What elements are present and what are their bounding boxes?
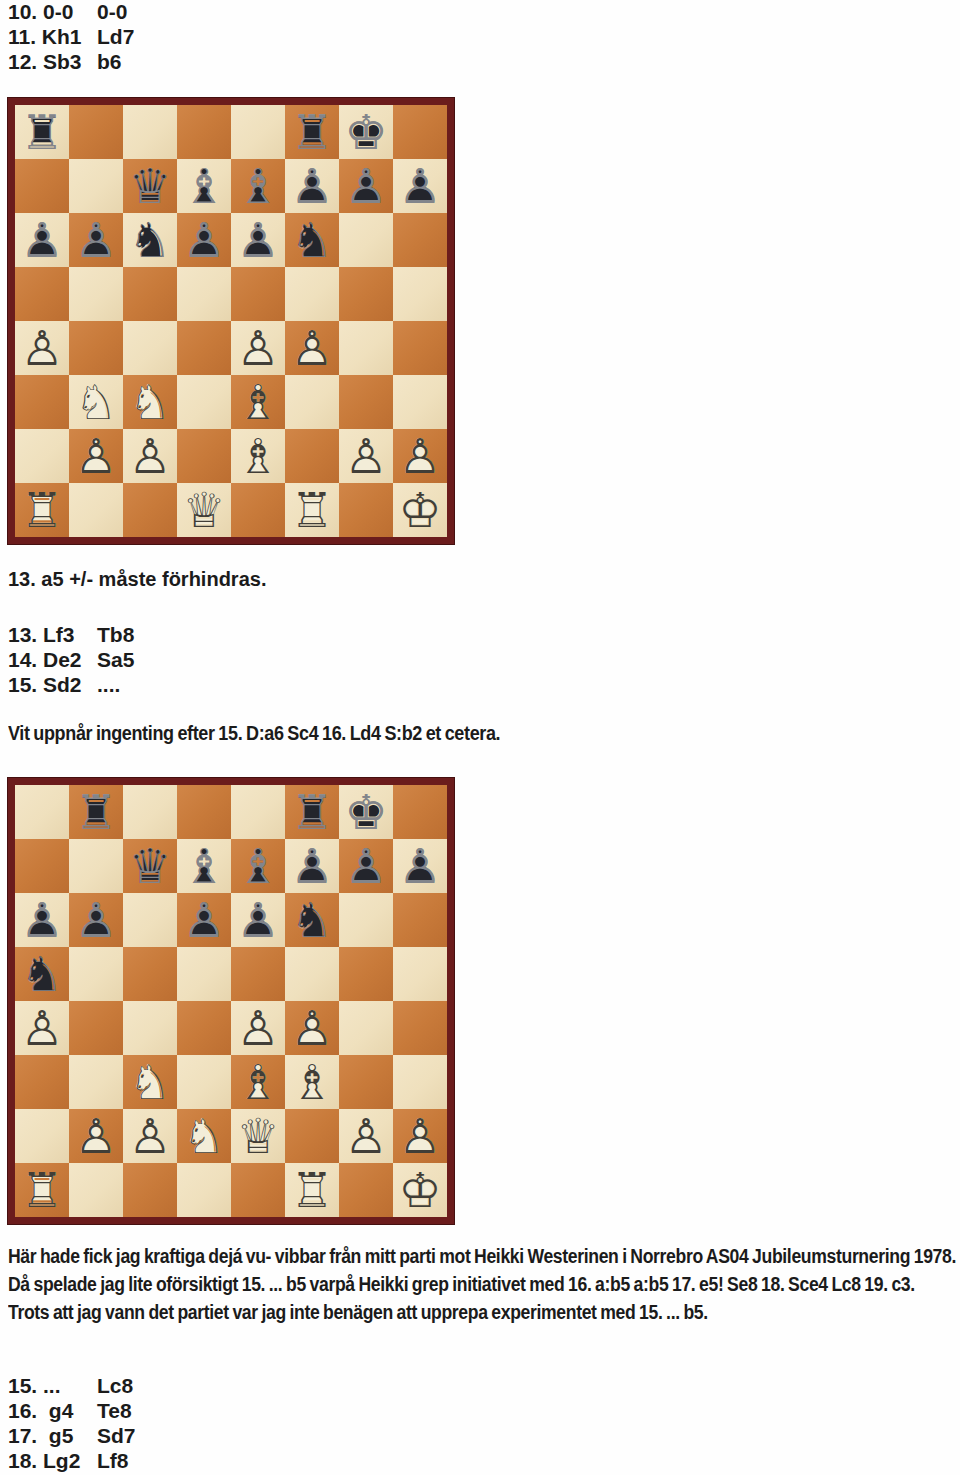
square-f4: ♟♙: [285, 1001, 339, 1055]
square-f4: ♟♙: [285, 321, 339, 375]
square-b2: ♟♙: [69, 1109, 123, 1163]
move-black: Tb8: [97, 622, 134, 647]
white-bishop-icon: ♝♗: [285, 1055, 339, 1109]
black-king-icon: ♚♔: [339, 105, 393, 159]
move-row: 16. g4Te8: [8, 1398, 80, 1423]
black-rook-icon: ♜♖: [285, 105, 339, 159]
move-white: 15. Sd2: [8, 672, 82, 697]
square-h8: [393, 105, 447, 159]
move-row: 17. g5Sd7: [8, 1423, 80, 1448]
move-black: Lf8: [97, 1448, 129, 1473]
move-white: 18. Lg2: [8, 1448, 80, 1473]
square-a8: ♜♖: [15, 105, 69, 159]
square-f8: ♜♖: [285, 785, 339, 839]
square-c6: ♞♘: [123, 213, 177, 267]
white-pawn-icon: ♟♙: [15, 321, 69, 375]
square-e7: ♝♗: [231, 839, 285, 893]
square-d6: ♟♙: [177, 893, 231, 947]
square-d2: ♞♘: [177, 1109, 231, 1163]
move-row: 15. Sd2....: [8, 672, 82, 697]
black-bishop-icon: ♝♗: [231, 159, 285, 213]
square-d5: [177, 947, 231, 1001]
move-white: 14. De2: [8, 647, 82, 672]
move-row: 18. Lg2Lf8: [8, 1448, 80, 1473]
square-g3: [339, 1055, 393, 1109]
move-white: 16. g4: [8, 1398, 73, 1423]
square-f2: [285, 429, 339, 483]
square-d5: [177, 267, 231, 321]
square-g2: ♟♙: [339, 429, 393, 483]
square-e8: [231, 105, 285, 159]
square-d4: [177, 321, 231, 375]
white-queen-icon: ♛♕: [177, 483, 231, 537]
black-pawn-icon: ♟♙: [15, 893, 69, 947]
square-f7: ♟♙: [285, 159, 339, 213]
white-knight-icon: ♞♘: [123, 1055, 177, 1109]
white-pawn-icon: ♟♙: [393, 1109, 447, 1163]
white-pawn-icon: ♟♙: [285, 321, 339, 375]
square-h3: [393, 1055, 447, 1109]
move-row: 11. Kh1Ld7: [8, 24, 82, 49]
square-g7: ♟♙: [339, 159, 393, 213]
black-pawn-icon: ♟♙: [339, 839, 393, 893]
square-a5: ♞♘: [15, 947, 69, 1001]
square-g4: [339, 321, 393, 375]
square-b3: [69, 1055, 123, 1109]
black-knight-icon: ♞♘: [123, 213, 177, 267]
white-queen-icon: ♛♕: [231, 1109, 285, 1163]
black-bishop-icon: ♝♗: [231, 839, 285, 893]
square-c6: [123, 893, 177, 947]
square-d3: [177, 1055, 231, 1109]
black-pawn-icon: ♟♙: [231, 213, 285, 267]
square-g6: [339, 893, 393, 947]
black-pawn-icon: ♟♙: [285, 839, 339, 893]
move-white: 11. Kh1: [8, 24, 82, 49]
square-f1: ♜♖: [285, 483, 339, 537]
square-a2: [15, 1109, 69, 1163]
square-g7: ♟♙: [339, 839, 393, 893]
white-pawn-icon: ♟♙: [393, 429, 447, 483]
square-c4: [123, 321, 177, 375]
commentary-paragraph: Här hade fick jag kraftiga dejá vu- vibb…: [8, 1242, 958, 1326]
white-rook-icon: ♜♖: [15, 483, 69, 537]
white-rook-icon: ♜♖: [15, 1163, 69, 1217]
square-b5: [69, 947, 123, 1001]
black-knight-icon: ♞♘: [285, 213, 339, 267]
square-b8: [69, 105, 123, 159]
square-g5: [339, 947, 393, 1001]
black-rook-icon: ♜♖: [15, 105, 69, 159]
move-row: 10. 0-00-0: [8, 0, 82, 24]
black-knight-icon: ♞♘: [15, 947, 69, 1001]
square-g5: [339, 267, 393, 321]
black-queen-icon: ♛♕: [123, 159, 177, 213]
square-b5: [69, 267, 123, 321]
move-white: 10. 0-0: [8, 0, 73, 24]
black-pawn-icon: ♟♙: [177, 893, 231, 947]
square-e4: ♟♙: [231, 321, 285, 375]
move-black: Te8: [97, 1398, 132, 1423]
square-a5: [15, 267, 69, 321]
white-pawn-icon: ♟♙: [231, 321, 285, 375]
square-c8: [123, 105, 177, 159]
square-h4: [393, 321, 447, 375]
white-knight-icon: ♞♘: [177, 1109, 231, 1163]
black-rook-icon: ♜♖: [69, 785, 123, 839]
white-rook-icon: ♜♖: [285, 1163, 339, 1217]
square-b1: [69, 483, 123, 537]
white-knight-icon: ♞♘: [123, 375, 177, 429]
square-d2: [177, 429, 231, 483]
black-pawn-icon: ♟♙: [285, 159, 339, 213]
annotation-note-1: 13. a5 +/- måste förhindras.: [8, 568, 266, 591]
square-c2: ♟♙: [123, 429, 177, 483]
square-h6: [393, 893, 447, 947]
square-e6: ♟♙: [231, 893, 285, 947]
square-b8: ♜♖: [69, 785, 123, 839]
square-e3: ♝♗: [231, 1055, 285, 1109]
white-pawn-icon: ♟♙: [231, 1001, 285, 1055]
square-a3: [15, 1055, 69, 1109]
square-b4: [69, 321, 123, 375]
square-g8: ♚♔: [339, 105, 393, 159]
square-c7: ♛♕: [123, 159, 177, 213]
square-h5: [393, 947, 447, 1001]
square-d1: ♛♕: [177, 483, 231, 537]
chessboard-diagram-2: ♜♖♜♖♚♔♛♕♝♗♝♗♟♙♟♙♟♙♟♙♟♙♟♙♟♙♞♘♞♘♟♙♟♙♟♙♞♘♝♗…: [8, 778, 454, 1224]
square-d7: ♝♗: [177, 159, 231, 213]
square-e7: ♝♗: [231, 159, 285, 213]
square-a3: [15, 375, 69, 429]
square-d8: [177, 105, 231, 159]
white-knight-icon: ♞♘: [69, 375, 123, 429]
white-pawn-icon: ♟♙: [69, 429, 123, 483]
square-f3: [285, 375, 339, 429]
square-d4: [177, 1001, 231, 1055]
square-f5: [285, 947, 339, 1001]
square-c5: [123, 267, 177, 321]
square-e1: [231, 1163, 285, 1217]
square-c7: ♛♕: [123, 839, 177, 893]
square-h5: [393, 267, 447, 321]
square-e5: [231, 947, 285, 1001]
square-d8: [177, 785, 231, 839]
square-a8: [15, 785, 69, 839]
square-g3: [339, 375, 393, 429]
white-pawn-icon: ♟♙: [339, 1109, 393, 1163]
white-king-icon: ♚♔: [393, 483, 447, 537]
square-b7: [69, 159, 123, 213]
black-pawn-icon: ♟♙: [393, 839, 447, 893]
white-pawn-icon: ♟♙: [339, 429, 393, 483]
move-row: 13. Lf3Tb8: [8, 622, 82, 647]
move-row: 12. Sb3b6: [8, 49, 82, 74]
square-h6: [393, 213, 447, 267]
move-list-bottom: 15. ...Lc816. g4Te817. g5Sd718. Lg2Lf8: [8, 1373, 80, 1473]
black-bishop-icon: ♝♗: [177, 839, 231, 893]
square-c3: ♞♘: [123, 375, 177, 429]
move-white: 15. ...: [8, 1373, 61, 1398]
square-b2: ♟♙: [69, 429, 123, 483]
page-root: { "game": "chess", "positions": [ { "lab…: [0, 0, 960, 1475]
square-h8: [393, 785, 447, 839]
square-g1: [339, 1163, 393, 1217]
square-f6: ♞♘: [285, 893, 339, 947]
square-a2: [15, 429, 69, 483]
square-a1: ♜♖: [15, 1163, 69, 1217]
black-pawn-icon: ♟♙: [231, 893, 285, 947]
move-black: ....: [97, 672, 120, 697]
square-e6: ♟♙: [231, 213, 285, 267]
square-f5: [285, 267, 339, 321]
move-black: Ld7: [97, 24, 134, 49]
move-list-top: 10. 0-00-011. Kh1Ld712. Sb3b6: [8, 0, 82, 74]
square-h3: [393, 375, 447, 429]
black-pawn-icon: ♟♙: [15, 213, 69, 267]
square-a7: [15, 159, 69, 213]
move-black: Lc8: [97, 1373, 133, 1398]
white-pawn-icon: ♟♙: [123, 429, 177, 483]
white-pawn-icon: ♟♙: [69, 1109, 123, 1163]
square-d6: ♟♙: [177, 213, 231, 267]
square-b6: ♟♙: [69, 213, 123, 267]
move-white: 13. Lf3: [8, 622, 75, 647]
square-b1: [69, 1163, 123, 1217]
square-f7: ♟♙: [285, 839, 339, 893]
square-e2: ♛♕: [231, 1109, 285, 1163]
square-a6: ♟♙: [15, 213, 69, 267]
square-c4: [123, 1001, 177, 1055]
square-b6: ♟♙: [69, 893, 123, 947]
white-king-icon: ♚♔: [393, 1163, 447, 1217]
square-e4: ♟♙: [231, 1001, 285, 1055]
square-e3: ♝♗: [231, 375, 285, 429]
square-f1: ♜♖: [285, 1163, 339, 1217]
black-pawn-icon: ♟♙: [393, 159, 447, 213]
square-b3: ♞♘: [69, 375, 123, 429]
square-d3: [177, 375, 231, 429]
square-h1: ♚♔: [393, 1163, 447, 1217]
square-b7: [69, 839, 123, 893]
square-a1: ♜♖: [15, 483, 69, 537]
move-black: b6: [97, 49, 122, 74]
square-c5: [123, 947, 177, 1001]
square-f2: [285, 1109, 339, 1163]
square-f6: ♞♘: [285, 213, 339, 267]
white-pawn-icon: ♟♙: [285, 1001, 339, 1055]
square-a4: ♟♙: [15, 321, 69, 375]
black-knight-icon: ♞♘: [285, 893, 339, 947]
square-h7: ♟♙: [393, 839, 447, 893]
annotation-note-2: Vit uppnår ingenting efter 15. D:a6 Sc4 …: [8, 722, 500, 745]
white-pawn-icon: ♟♙: [123, 1109, 177, 1163]
square-h1: ♚♔: [393, 483, 447, 537]
square-h4: [393, 1001, 447, 1055]
square-f8: ♜♖: [285, 105, 339, 159]
square-a4: ♟♙: [15, 1001, 69, 1055]
square-e2: ♝♗: [231, 429, 285, 483]
square-h2: ♟♙: [393, 429, 447, 483]
square-a7: [15, 839, 69, 893]
square-d7: ♝♗: [177, 839, 231, 893]
move-white: 17. g5: [8, 1423, 73, 1448]
square-a6: ♟♙: [15, 893, 69, 947]
square-e8: [231, 785, 285, 839]
chessboard-diagram-1: ♜♖♜♖♚♔♛♕♝♗♝♗♟♙♟♙♟♙♟♙♟♙♞♘♟♙♟♙♞♘♟♙♟♙♟♙♞♘♞♘…: [8, 98, 454, 544]
white-bishop-icon: ♝♗: [231, 429, 285, 483]
white-bishop-icon: ♝♗: [231, 1055, 285, 1109]
black-king-icon: ♚♔: [339, 785, 393, 839]
white-bishop-icon: ♝♗: [231, 375, 285, 429]
move-black: Sd7: [97, 1423, 136, 1448]
square-b4: [69, 1001, 123, 1055]
white-rook-icon: ♜♖: [285, 483, 339, 537]
square-d1: [177, 1163, 231, 1217]
square-g6: [339, 213, 393, 267]
square-c1: [123, 1163, 177, 1217]
square-h7: ♟♙: [393, 159, 447, 213]
square-g8: ♚♔: [339, 785, 393, 839]
white-pawn-icon: ♟♙: [15, 1001, 69, 1055]
black-bishop-icon: ♝♗: [177, 159, 231, 213]
square-g1: [339, 483, 393, 537]
square-g2: ♟♙: [339, 1109, 393, 1163]
black-pawn-icon: ♟♙: [69, 213, 123, 267]
move-row: 14. De2Sa5: [8, 647, 82, 672]
square-c1: [123, 483, 177, 537]
black-rook-icon: ♜♖: [285, 785, 339, 839]
move-black: Sa5: [97, 647, 134, 672]
square-c3: ♞♘: [123, 1055, 177, 1109]
square-e1: [231, 483, 285, 537]
square-f3: ♝♗: [285, 1055, 339, 1109]
black-pawn-icon: ♟♙: [177, 213, 231, 267]
move-black: 0-0: [97, 0, 127, 24]
black-queen-icon: ♛♕: [123, 839, 177, 893]
move-white: 12. Sb3: [8, 49, 82, 74]
square-g4: [339, 1001, 393, 1055]
black-pawn-icon: ♟♙: [339, 159, 393, 213]
black-pawn-icon: ♟♙: [69, 893, 123, 947]
square-c2: ♟♙: [123, 1109, 177, 1163]
move-row: 15. ...Lc8: [8, 1373, 80, 1398]
square-c8: [123, 785, 177, 839]
square-h2: ♟♙: [393, 1109, 447, 1163]
square-e5: [231, 267, 285, 321]
move-list-mid: 13. Lf3Tb814. De2Sa515. Sd2....: [8, 622, 82, 697]
